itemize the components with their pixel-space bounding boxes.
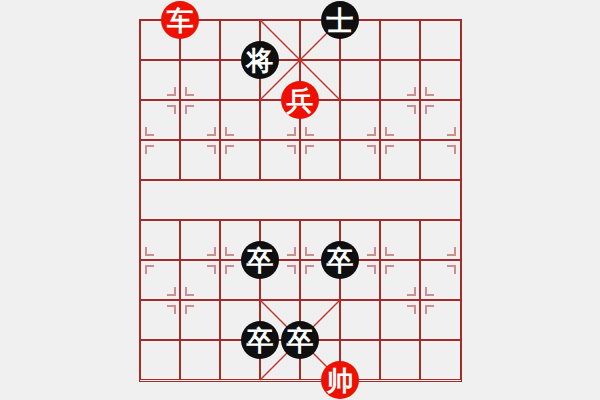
board-cell xyxy=(340,300,380,340)
star-point-marker xyxy=(287,247,314,274)
marker-corner xyxy=(385,127,394,136)
marker-corner xyxy=(305,265,314,274)
board-cell xyxy=(140,180,180,220)
star-point-marker xyxy=(167,87,194,114)
black-soldier[interactable]: 卒 xyxy=(321,241,359,279)
marker-corner xyxy=(385,145,394,154)
marker-corner xyxy=(167,287,176,296)
marker-corner xyxy=(425,287,434,296)
board-cell xyxy=(180,340,220,380)
marker-corner xyxy=(185,105,194,114)
black-soldier[interactable]: 卒 xyxy=(281,321,319,359)
board-cell xyxy=(380,20,420,60)
marker-corner xyxy=(225,127,234,136)
star-point-marker xyxy=(447,247,474,274)
marker-corner xyxy=(367,145,376,154)
marker-corner xyxy=(407,287,416,296)
marker-corner xyxy=(447,265,456,274)
marker-corner xyxy=(207,247,216,256)
star-point-marker xyxy=(287,127,314,154)
marker-corner xyxy=(145,265,154,274)
black-soldier[interactable]: 卒 xyxy=(241,321,279,359)
star-point-marker xyxy=(447,127,474,154)
board-cell xyxy=(220,180,260,220)
marker-corner xyxy=(407,305,416,314)
marker-corner xyxy=(447,247,456,256)
marker-corner xyxy=(185,287,194,296)
marker-corner xyxy=(185,87,194,96)
red-general[interactable]: 帅 xyxy=(321,361,359,399)
board-cell xyxy=(340,60,380,100)
marker-corner xyxy=(145,247,154,256)
board-cell xyxy=(420,20,460,60)
board-cell xyxy=(380,180,420,220)
marker-corner xyxy=(287,265,296,274)
marker-corner xyxy=(447,127,456,136)
marker-corner xyxy=(207,127,216,136)
red-soldier[interactable]: 兵 xyxy=(281,81,319,119)
marker-corner xyxy=(207,265,216,274)
marker-corner xyxy=(225,145,234,154)
star-point-marker xyxy=(207,127,234,154)
marker-corner xyxy=(305,145,314,154)
marker-corner xyxy=(287,127,296,136)
star-point-marker xyxy=(207,247,234,274)
board-cell xyxy=(180,180,220,220)
marker-corner xyxy=(185,305,194,314)
marker-corner xyxy=(367,127,376,136)
marker-corner xyxy=(385,265,394,274)
marker-corner xyxy=(407,105,416,114)
marker-corner xyxy=(385,247,394,256)
marker-corner xyxy=(225,265,234,274)
marker-corner xyxy=(167,87,176,96)
marker-corner xyxy=(145,145,154,154)
star-point-marker xyxy=(367,247,394,274)
marker-corner xyxy=(407,87,416,96)
marker-corner xyxy=(367,247,376,256)
black-general[interactable]: 将 xyxy=(241,41,279,79)
marker-corner xyxy=(425,87,434,96)
star-point-marker xyxy=(167,287,194,314)
star-point-marker xyxy=(407,87,434,114)
marker-corner xyxy=(287,247,296,256)
marker-corner xyxy=(287,145,296,154)
marker-corner xyxy=(425,305,434,314)
marker-corner xyxy=(447,145,456,154)
star-point-marker xyxy=(127,127,154,154)
black-advisor[interactable]: 士 xyxy=(321,1,359,39)
marker-corner xyxy=(225,247,234,256)
board-cell xyxy=(300,180,340,220)
star-point-marker xyxy=(127,247,154,274)
star-point-marker xyxy=(367,127,394,154)
board-cell xyxy=(140,340,180,380)
black-soldier[interactable]: 卒 xyxy=(241,241,279,279)
board-cell xyxy=(340,180,380,220)
marker-corner xyxy=(167,105,176,114)
board-cell xyxy=(260,180,300,220)
board-cell xyxy=(420,340,460,380)
marker-corner xyxy=(305,247,314,256)
marker-corner xyxy=(207,145,216,154)
marker-corner xyxy=(167,305,176,314)
marker-corner xyxy=(367,265,376,274)
marker-corner xyxy=(425,105,434,114)
marker-corner xyxy=(305,127,314,136)
star-point-marker xyxy=(407,287,434,314)
red-chariot[interactable]: 车 xyxy=(161,1,199,39)
board-cell xyxy=(380,340,420,380)
marker-corner xyxy=(145,127,154,136)
board-cell xyxy=(420,180,460,220)
xiangqi-diagram: 车士将兵卒卒卒卒帅 xyxy=(0,0,600,400)
